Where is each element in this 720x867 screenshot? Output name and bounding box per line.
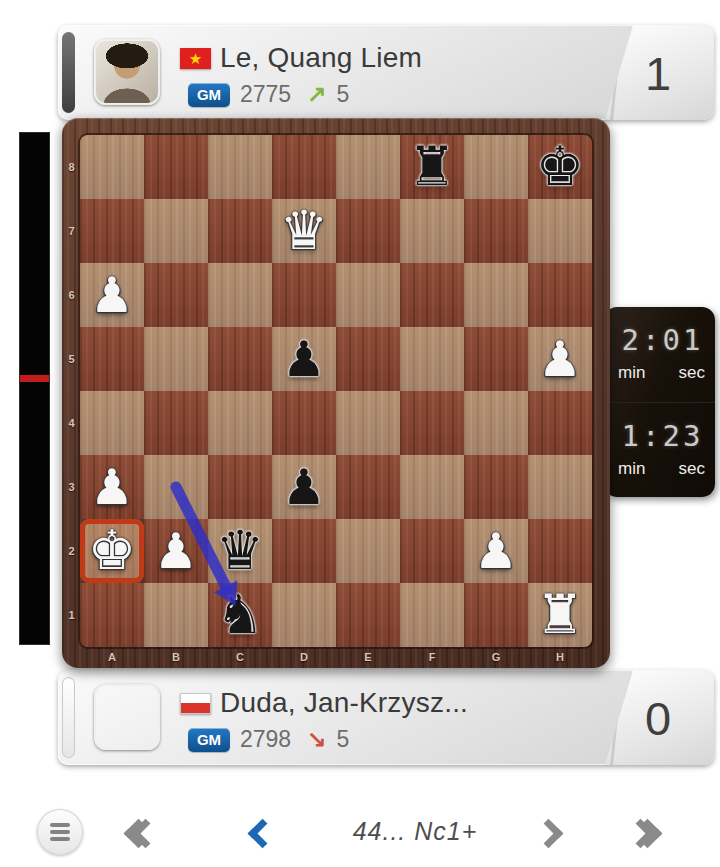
- rating-change-top: 5: [336, 81, 349, 108]
- square-b8[interactable]: [144, 135, 208, 199]
- square-b2[interactable]: ♟: [144, 519, 208, 583]
- square-g1[interactable]: [464, 583, 528, 647]
- next-move-button[interactable]: [538, 818, 559, 848]
- square-d3[interactable]: ♟: [272, 455, 336, 519]
- gm-title-badge: GM: [188, 728, 230, 752]
- square-f5[interactable]: [400, 327, 464, 391]
- black-knight-c1[interactable]: ♞: [208, 583, 272, 647]
- file-label-A: A: [80, 649, 144, 666]
- rank-label-3: 3: [65, 455, 78, 519]
- square-f3[interactable]: [400, 455, 464, 519]
- white-pawn-a3[interactable]: ♟: [80, 455, 144, 519]
- square-b5[interactable]: [144, 327, 208, 391]
- square-h5[interactable]: ♟: [528, 327, 592, 391]
- left-chevron-icon: [248, 818, 278, 848]
- clock-bottom: 1:23 min sec: [604, 402, 715, 498]
- square-h4[interactable]: [528, 391, 592, 455]
- square-a1[interactable]: [80, 583, 144, 647]
- rating-up-arrow-icon: ↗: [307, 81, 326, 108]
- chess-board: ♜♚♛♟♟♟♟♟♚♟♛♟♞♜ 87654321 ABCDEFGH: [62, 118, 610, 668]
- square-c8[interactable]: [208, 135, 272, 199]
- black-queen-c2[interactable]: ♛: [208, 519, 272, 583]
- clock-time-bottom: 1:23: [616, 419, 709, 453]
- square-g3[interactable]: [464, 455, 528, 519]
- square-h1[interactable]: ♜: [528, 583, 592, 647]
- rank-label-5: 5: [65, 327, 78, 391]
- square-e5[interactable]: [336, 327, 400, 391]
- square-e7[interactable]: [336, 199, 400, 263]
- rank-label-7: 7: [65, 199, 78, 263]
- square-a6[interactable]: ♟: [80, 263, 144, 327]
- min-label-top: min: [618, 363, 645, 383]
- go-to-start-button[interactable]: [128, 818, 156, 848]
- square-a3[interactable]: ♟: [80, 455, 144, 519]
- player-photo-top: [94, 39, 160, 105]
- right-chevron-icon: [534, 818, 564, 848]
- square-c7[interactable]: [208, 199, 272, 263]
- square-b7[interactable]: [144, 199, 208, 263]
- square-g4[interactable]: [464, 391, 528, 455]
- white-pawn-a6[interactable]: ♟: [80, 263, 144, 327]
- flag-star: ★: [189, 51, 202, 66]
- square-f7[interactable]: [400, 199, 464, 263]
- white-king-a2[interactable]: ♚: [80, 519, 144, 583]
- square-d7[interactable]: ♛: [272, 199, 336, 263]
- square-d6[interactable]: [272, 263, 336, 327]
- square-c6[interactable]: [208, 263, 272, 327]
- score-top: 1: [628, 45, 688, 100]
- clock-time-top: 2:01: [616, 323, 709, 357]
- square-b4[interactable]: [144, 391, 208, 455]
- player-rating-bottom: 2798: [240, 726, 291, 753]
- square-h2[interactable]: [528, 519, 592, 583]
- sec-label-top: sec: [679, 363, 705, 383]
- square-h3[interactable]: [528, 455, 592, 519]
- square-a2[interactable]: ♚: [80, 519, 144, 583]
- rating-down-arrow-icon: ↘: [307, 726, 326, 753]
- player-card-bottom: Duda, Jan-Krzysz... GM 2798 ↘ 5 0: [58, 670, 714, 765]
- white-pawn-g2[interactable]: ♟: [464, 519, 528, 583]
- square-a7[interactable]: [80, 199, 144, 263]
- menu-button[interactable]: [37, 809, 83, 855]
- clock-panel: 2:01 min sec 1:23 min sec: [604, 307, 715, 497]
- square-h7[interactable]: [528, 199, 592, 263]
- board-squares: ♜♚♛♟♟♟♟♟♚♟♛♟♞♜: [80, 135, 592, 647]
- square-a8[interactable]: [80, 135, 144, 199]
- file-label-E: E: [336, 649, 400, 666]
- score-bottom: 0: [628, 690, 688, 745]
- square-c1[interactable]: ♞: [208, 583, 272, 647]
- player-card-top: ★ Le, Quang Liem GM 2775 ↗ 5 1: [58, 25, 714, 120]
- square-d8[interactable]: [272, 135, 336, 199]
- file-label-C: C: [208, 649, 272, 666]
- white-pawn-h5[interactable]: ♟: [528, 327, 592, 391]
- gm-title-badge: GM: [188, 83, 230, 107]
- white-rook-h1[interactable]: ♜: [528, 583, 592, 647]
- black-rook-f8[interactable]: ♜: [400, 135, 464, 199]
- file-label-F: F: [400, 649, 464, 666]
- square-c2[interactable]: ♛: [208, 519, 272, 583]
- sec-label-bottom: sec: [679, 459, 705, 479]
- file-label-G: G: [464, 649, 528, 666]
- evaluation-bar: [19, 132, 50, 645]
- square-g5[interactable]: [464, 327, 528, 391]
- min-label-bottom: min: [618, 459, 645, 479]
- square-f4[interactable]: [400, 391, 464, 455]
- square-b1[interactable]: [144, 583, 208, 647]
- score-area-top: 1: [599, 25, 714, 120]
- vietnam-flag-icon: ★: [180, 48, 211, 69]
- rank-label-2: 2: [65, 519, 78, 583]
- square-h6[interactable]: [528, 263, 592, 327]
- square-f2[interactable]: [400, 519, 464, 583]
- black-side-indicator: [62, 32, 75, 113]
- square-f6[interactable]: [400, 263, 464, 327]
- square-g8[interactable]: [464, 135, 528, 199]
- file-label-D: D: [272, 649, 336, 666]
- square-g7[interactable]: [464, 199, 528, 263]
- white-side-indicator: [62, 677, 75, 758]
- move-navigation-bar: 44... Nc1+: [0, 800, 720, 866]
- square-c3[interactable]: [208, 455, 272, 519]
- square-b3[interactable]: [144, 455, 208, 519]
- square-f8[interactable]: ♜: [400, 135, 464, 199]
- square-c4[interactable]: [208, 391, 272, 455]
- square-e8[interactable]: [336, 135, 400, 199]
- previous-move-button[interactable]: [252, 818, 273, 848]
- square-g2[interactable]: ♟: [464, 519, 528, 583]
- player-rating-top: 2775: [240, 81, 291, 108]
- clock-top: 2:01 min sec: [604, 307, 715, 403]
- poland-flag-icon: [180, 693, 211, 714]
- square-d2[interactable]: [272, 519, 336, 583]
- square-d1[interactable]: [272, 583, 336, 647]
- square-g6[interactable]: [464, 263, 528, 327]
- square-b6[interactable]: [144, 263, 208, 327]
- square-c5[interactable]: [208, 327, 272, 391]
- player-name-bottom: Duda, Jan-Krzysz...: [220, 687, 468, 719]
- white-queen-d7[interactable]: ♛: [272, 199, 336, 263]
- rank-label-4: 4: [65, 391, 78, 455]
- white-pawn-b2[interactable]: ♟: [144, 519, 208, 583]
- square-a4[interactable]: [80, 391, 144, 455]
- square-e1[interactable]: [336, 583, 400, 647]
- rank-label-1: 1: [65, 583, 78, 647]
- square-d5[interactable]: ♟: [272, 327, 336, 391]
- rating-change-bottom: 5: [336, 726, 349, 753]
- black-pawn-d3[interactable]: ♟: [272, 455, 336, 519]
- current-move-label: 44... Nc1+: [300, 817, 530, 846]
- black-pawn-d5[interactable]: ♟: [272, 327, 336, 391]
- square-f1[interactable]: [400, 583, 464, 647]
- file-label-H: H: [528, 649, 592, 666]
- file-label-B: B: [144, 649, 208, 666]
- player-photo-bottom: [94, 684, 160, 750]
- square-d4[interactable]: [272, 391, 336, 455]
- hamburger-icon: [50, 823, 70, 827]
- square-h8[interactable]: ♚: [528, 135, 592, 199]
- player-name-top: Le, Quang Liem: [220, 42, 422, 74]
- black-king-h8[interactable]: ♚: [528, 135, 592, 199]
- score-area-bottom: 0: [599, 670, 714, 765]
- square-e4[interactable]: [336, 391, 400, 455]
- rank-label-8: 8: [65, 135, 78, 199]
- square-e3[interactable]: [336, 455, 400, 519]
- evaluation-marker: [20, 375, 49, 382]
- go-to-end-button[interactable]: [630, 818, 658, 848]
- square-e2[interactable]: [336, 519, 400, 583]
- square-a5[interactable]: [80, 327, 144, 391]
- square-e6[interactable]: [336, 263, 400, 327]
- rank-label-6: 6: [65, 263, 78, 327]
